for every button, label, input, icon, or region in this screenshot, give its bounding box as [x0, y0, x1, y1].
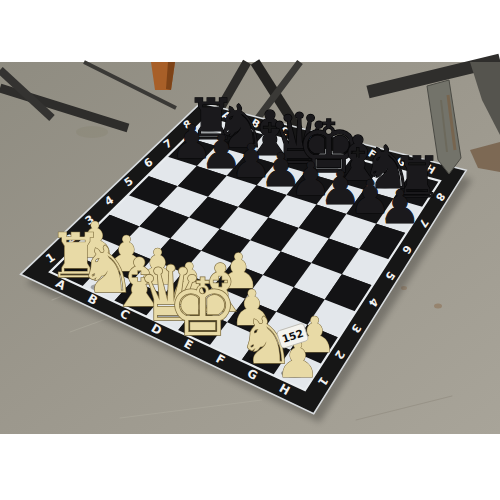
piece-black-pawn-h7: ♟ [379, 180, 420, 234]
photo-scene: AABBCCDDEEFFGGHH1122334455667788 ♜♞♝♟♛♟♚… [0, 0, 500, 500]
piece-white-king-e1: ♚ [167, 262, 238, 354]
auction-photo: AABBCCDDEEFFGGHH1122334455667788 ♜♞♝♟♛♟♚… [0, 0, 500, 500]
